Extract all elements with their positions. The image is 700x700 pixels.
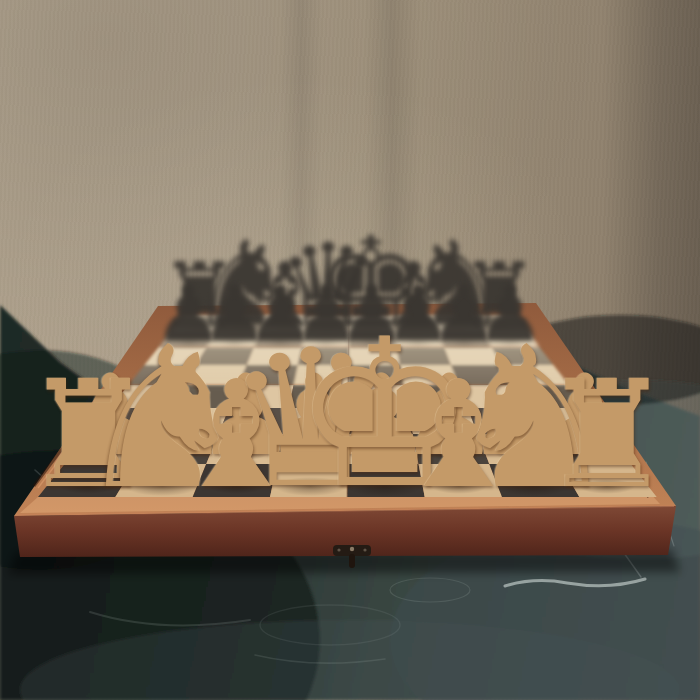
photo-scene: ♜♞♝♛♚♝♞♜♟♟♟♟♟♟♟♟♟♟♟♟♟♟♟♟♜♞♝♛♚♝♞♜	[0, 0, 700, 700]
white-rook-h1[interactable]: ♜	[533, 361, 681, 509]
chess-pieces-layer: ♜♞♝♛♚♝♞♜♟♟♟♟♟♟♟♟♟♟♟♟♟♟♟♟♜♞♝♛♚♝♞♜	[0, 0, 700, 700]
